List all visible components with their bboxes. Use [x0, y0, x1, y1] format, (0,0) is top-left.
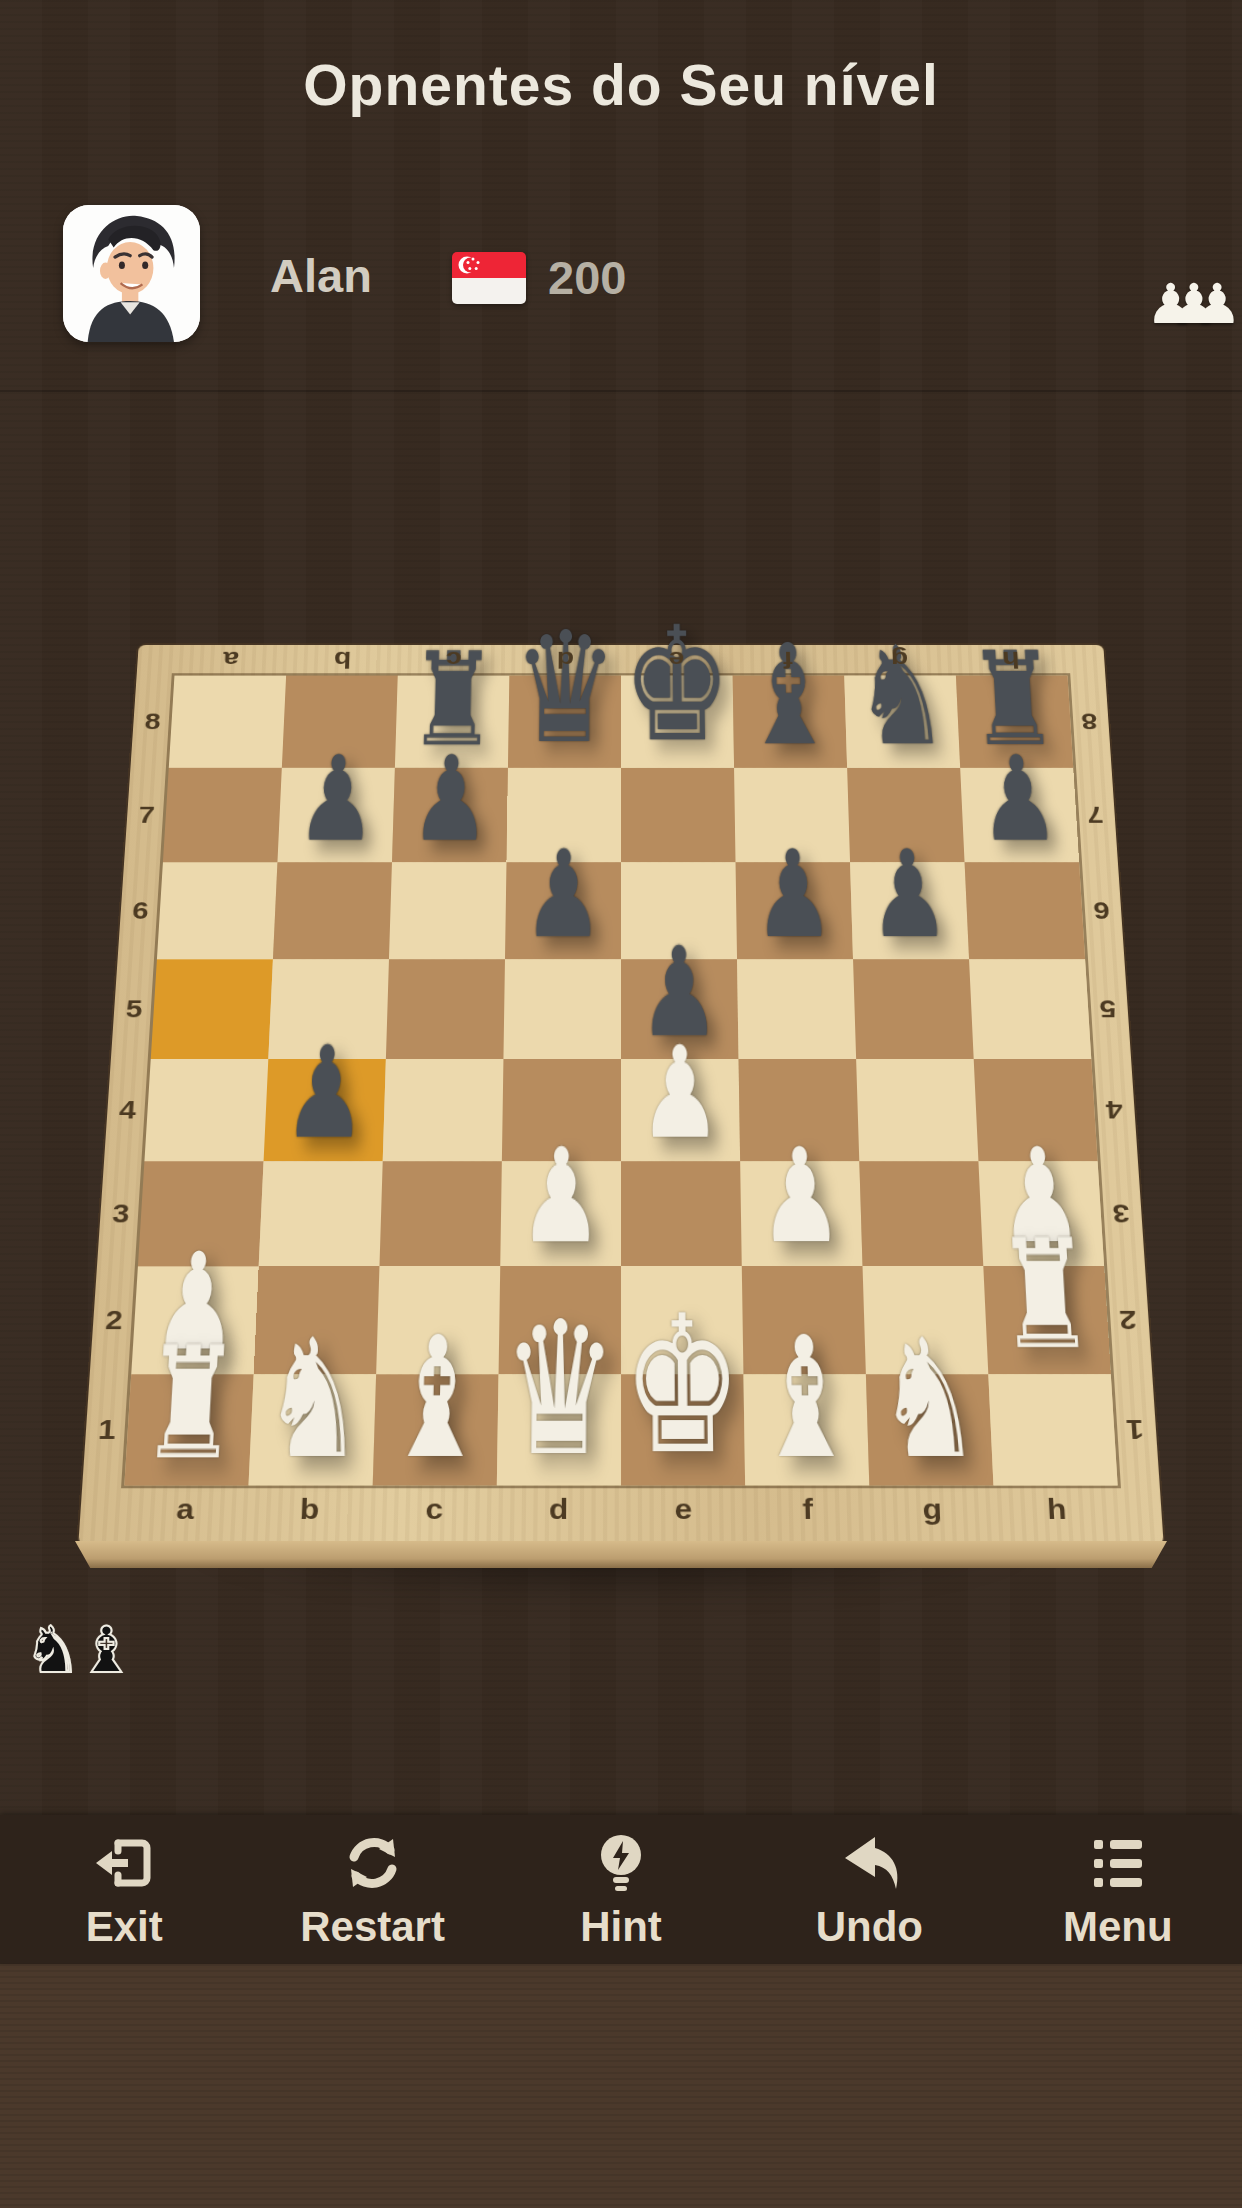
- square-g8[interactable]: ♞: [844, 676, 960, 768]
- square-f6[interactable]: ♟: [736, 862, 854, 959]
- square-a7[interactable]: [163, 768, 282, 863]
- square-f7[interactable]: [734, 768, 850, 863]
- square-a5[interactable]: [151, 959, 273, 1059]
- square-b3[interactable]: [259, 1161, 383, 1266]
- square-b5[interactable]: [268, 959, 389, 1059]
- square-d8[interactable]: ♛: [508, 676, 621, 768]
- board-squares: ♜♛♚♝♞♜♟♟♟♟♟♟♟♟♟♟♟♟♟♜♜♞♝♛♚♝♞: [124, 676, 1117, 1486]
- player-rating: 200: [548, 250, 626, 305]
- square-f1[interactable]: ♝: [743, 1374, 869, 1485]
- square-a2[interactable]: ♟: [131, 1266, 258, 1374]
- hint-lightbulb-icon: [585, 1827, 657, 1899]
- square-e3[interactable]: [621, 1161, 742, 1266]
- square-e4[interactable]: ♟: [621, 1059, 740, 1161]
- hint-button[interactable]: Hint: [511, 1827, 731, 1951]
- file-label-top-b: b: [286, 646, 398, 672]
- square-e2[interactable]: [621, 1266, 743, 1374]
- file-label-c: c: [371, 1493, 496, 1526]
- square-b2[interactable]: [254, 1266, 380, 1374]
- square-f2[interactable]: [742, 1266, 866, 1374]
- square-h5[interactable]: [969, 959, 1091, 1059]
- rank-label-right-1: 1: [1113, 1374, 1158, 1485]
- file-label-top-a: a: [175, 646, 288, 672]
- square-a6[interactable]: [157, 862, 278, 959]
- chess-app-screen: Opnentes do Seu nível Alan: [0, 0, 1242, 2208]
- page-title: Opnentes do Seu nível: [0, 52, 1242, 118]
- file-label-d: d: [496, 1493, 621, 1526]
- board-front-edge: [75, 1541, 1167, 1568]
- square-b6[interactable]: [273, 862, 392, 959]
- rank-label-4: 4: [106, 1059, 149, 1161]
- hint-label: Hint: [580, 1903, 662, 1951]
- square-f8[interactable]: ♝: [733, 676, 847, 768]
- square-h2[interactable]: ♜: [983, 1266, 1110, 1374]
- rank-label-5: 5: [113, 959, 155, 1059]
- undo-label: Undo: [816, 1903, 923, 1951]
- rank-label-right-6: 6: [1081, 862, 1122, 959]
- square-f3[interactable]: ♟: [740, 1161, 862, 1266]
- bottom-toolbar: Exit Restart Hint Undo: [0, 1815, 1242, 1963]
- file-label-g: g: [870, 1493, 996, 1526]
- square-c2[interactable]: [376, 1266, 500, 1374]
- file-label-top-h: h: [955, 646, 1068, 672]
- file-label-a: a: [122, 1493, 248, 1526]
- square-c8[interactable]: ♜: [395, 676, 509, 768]
- square-g2[interactable]: [863, 1266, 989, 1374]
- square-a1[interactable]: ♜: [124, 1374, 253, 1485]
- square-c1[interactable]: ♝: [373, 1374, 499, 1485]
- file-label-h: h: [994, 1493, 1120, 1526]
- avatar: [63, 205, 200, 342]
- rank-label-2: 2: [92, 1266, 136, 1374]
- square-h3[interactable]: ♟: [978, 1161, 1104, 1266]
- file-label-top-g: g: [843, 646, 955, 672]
- square-d7[interactable]: [506, 768, 621, 863]
- square-g4[interactable]: [856, 1059, 978, 1161]
- rank-label-3: 3: [99, 1161, 142, 1266]
- chess-board: ♜♛♚♝♞♜♟♟♟♟♟♟♟♟♟♟♟♟♟♜♜♞♝♛♚♝♞ abcdefgh abc…: [78, 645, 1163, 1545]
- square-e6[interactable]: [621, 862, 737, 959]
- file-label-e: e: [621, 1493, 746, 1526]
- restart-button[interactable]: Restart: [263, 1827, 483, 1951]
- rank-label-right-8: 8: [1069, 676, 1109, 768]
- square-b7[interactable]: ♟: [277, 768, 394, 863]
- square-h8[interactable]: ♜: [956, 676, 1073, 768]
- square-f5[interactable]: [737, 959, 856, 1059]
- square-a4[interactable]: [144, 1059, 268, 1161]
- rank-label-right-4: 4: [1093, 1059, 1136, 1161]
- square-d4[interactable]: [502, 1059, 621, 1161]
- square-a8[interactable]: [169, 676, 286, 768]
- file-label-top-c: c: [398, 646, 510, 672]
- square-h6[interactable]: [965, 862, 1086, 959]
- opponents-pawns-icon[interactable]: ♟♟♟: [1146, 272, 1216, 336]
- square-d6[interactable]: ♟: [505, 862, 621, 959]
- rank-label-1: 1: [84, 1374, 129, 1485]
- undo-arrow-icon: [833, 1827, 905, 1899]
- square-g7[interactable]: [847, 768, 964, 863]
- square-d3[interactable]: ♟: [500, 1161, 621, 1266]
- file-label-f: f: [745, 1493, 870, 1526]
- square-b8[interactable]: [282, 676, 398, 768]
- menu-label: Menu: [1063, 1903, 1173, 1951]
- square-e5[interactable]: ♟: [621, 959, 739, 1059]
- rank-label-8: 8: [132, 676, 172, 768]
- square-d5[interactable]: [503, 959, 621, 1059]
- captured-black-knight: ♞: [24, 1618, 81, 1682]
- square-d1[interactable]: ♛: [497, 1374, 621, 1485]
- square-h1[interactable]: [988, 1374, 1117, 1485]
- square-h4[interactable]: [974, 1059, 1098, 1161]
- square-a3[interactable]: [138, 1161, 264, 1266]
- square-g1[interactable]: ♞: [866, 1374, 994, 1485]
- square-e1[interactable]: ♚: [621, 1374, 745, 1485]
- restart-refresh-icon: [337, 1827, 409, 1899]
- square-h7[interactable]: ♟: [960, 768, 1079, 863]
- square-g5[interactable]: [853, 959, 974, 1059]
- file-label-top-d: d: [509, 646, 621, 672]
- singapore-flag-icon: [452, 252, 526, 304]
- file-label-b: b: [247, 1493, 373, 1526]
- square-f4[interactable]: [739, 1059, 860, 1161]
- wood-table-front: [0, 1962, 1242, 2208]
- exit-button[interactable]: Exit: [14, 1827, 234, 1951]
- square-b4[interactable]: ♟: [264, 1059, 386, 1161]
- undo-button[interactable]: Undo: [759, 1827, 979, 1951]
- square-c5[interactable]: [386, 959, 505, 1059]
- square-e7[interactable]: [621, 768, 736, 863]
- black-queen: ♛: [511, 611, 618, 765]
- rank-label-right-7: 7: [1075, 768, 1116, 863]
- rank-label-right-3: 3: [1100, 1161, 1143, 1266]
- player-name: Alan: [270, 248, 372, 303]
- file-label-top-e: e: [621, 646, 733, 672]
- captured-pieces-tray: ♞♝: [24, 1618, 131, 1682]
- square-e8[interactable]: ♚: [621, 676, 734, 768]
- menu-button[interactable]: Menu: [1008, 1827, 1228, 1951]
- restart-label: Restart: [300, 1903, 445, 1951]
- square-g6[interactable]: ♟: [850, 862, 969, 959]
- square-c7[interactable]: ♟: [392, 768, 508, 863]
- black-king: ♚: [623, 606, 733, 764]
- menu-list-icon: [1082, 1827, 1154, 1899]
- captured-black-bishop: ♝: [77, 1618, 134, 1682]
- wood-seam: [0, 390, 1242, 392]
- square-c3[interactable]: [379, 1161, 501, 1266]
- rank-label-6: 6: [120, 862, 161, 959]
- exit-door-icon: [88, 1827, 160, 1899]
- rank-label-right-2: 2: [1106, 1266, 1150, 1374]
- avatar-illustration: [63, 205, 200, 342]
- square-d2[interactable]: [499, 1266, 621, 1374]
- rank-label-right-5: 5: [1087, 959, 1129, 1059]
- rank-label-7: 7: [126, 768, 167, 863]
- square-c6[interactable]: [389, 862, 507, 959]
- square-c4[interactable]: [383, 1059, 504, 1161]
- exit-label: Exit: [86, 1903, 163, 1951]
- file-label-top-f: f: [732, 646, 844, 672]
- square-b1[interactable]: ♞: [249, 1374, 377, 1485]
- square-g3[interactable]: [859, 1161, 983, 1266]
